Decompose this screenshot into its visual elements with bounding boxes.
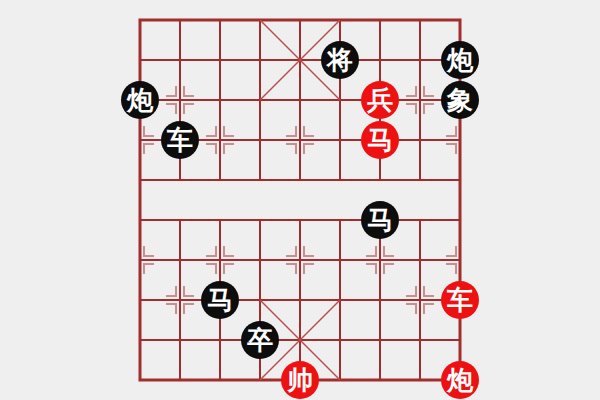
piece-red-cannon[interactable]: 炮	[441, 361, 479, 399]
piece-black-horse[interactable]: 马	[201, 281, 239, 319]
piece-black-cannon[interactable]: 炮	[441, 41, 479, 79]
piece-black-soldier[interactable]: 卒	[241, 321, 279, 359]
piece-black-chariot[interactable]: 车	[161, 121, 199, 159]
piece-red-chariot[interactable]: 车	[441, 281, 479, 319]
piece-red-horse[interactable]: 马	[361, 121, 399, 159]
xiangqi-board[interactable]: 将炮炮象车马马卒兵马车帅炮	[120, 0, 480, 400]
piece-black-cannon[interactable]: 炮	[121, 81, 159, 119]
piece-red-soldier[interactable]: 兵	[361, 81, 399, 119]
xiangqi-diagram: 将炮炮象车马马卒兵马车帅炮	[0, 0, 600, 400]
piece-black-horse[interactable]: 马	[361, 201, 399, 239]
piece-black-elephant[interactable]: 象	[441, 81, 479, 119]
piece-red-general[interactable]: 帅	[281, 361, 319, 399]
piece-black-general[interactable]: 将	[321, 41, 359, 79]
